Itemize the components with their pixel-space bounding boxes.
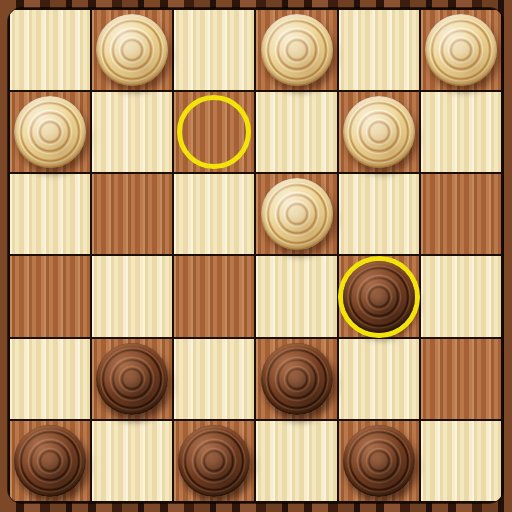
square-light bbox=[256, 92, 336, 172]
white-piece[interactable] bbox=[261, 178, 333, 250]
square-dark[interactable] bbox=[92, 174, 172, 254]
square-light bbox=[92, 421, 172, 501]
square-dark[interactable] bbox=[10, 92, 90, 172]
square-dark[interactable] bbox=[256, 174, 336, 254]
square-dark[interactable] bbox=[421, 339, 501, 419]
square-dark[interactable] bbox=[174, 256, 254, 336]
square-dark[interactable] bbox=[174, 421, 254, 501]
square-dark[interactable] bbox=[339, 92, 419, 172]
white-piece[interactable] bbox=[343, 96, 415, 168]
square-light bbox=[174, 10, 254, 90]
square-light bbox=[10, 174, 90, 254]
black-piece[interactable] bbox=[14, 425, 86, 497]
square-light bbox=[421, 421, 501, 501]
square-light bbox=[339, 10, 419, 90]
board bbox=[8, 8, 503, 503]
square-dark[interactable] bbox=[92, 339, 172, 419]
square-dark[interactable] bbox=[421, 174, 501, 254]
square-dark[interactable] bbox=[174, 92, 254, 172]
black-piece[interactable] bbox=[96, 343, 168, 415]
white-piece[interactable] bbox=[96, 14, 168, 86]
square-dark[interactable] bbox=[339, 421, 419, 501]
square-light bbox=[256, 256, 336, 336]
square-light bbox=[92, 92, 172, 172]
white-piece[interactable] bbox=[261, 14, 333, 86]
square-light bbox=[174, 339, 254, 419]
square-dark[interactable] bbox=[10, 421, 90, 501]
square-light bbox=[10, 10, 90, 90]
square-light bbox=[339, 174, 419, 254]
square-dark[interactable] bbox=[256, 339, 336, 419]
white-piece[interactable] bbox=[14, 96, 86, 168]
white-piece[interactable] bbox=[425, 14, 497, 86]
black-piece[interactable] bbox=[261, 343, 333, 415]
square-dark[interactable] bbox=[92, 10, 172, 90]
square-dark[interactable] bbox=[339, 256, 419, 336]
black-piece-selected[interactable] bbox=[343, 261, 415, 333]
square-light bbox=[92, 256, 172, 336]
square-dark[interactable] bbox=[256, 10, 336, 90]
black-piece[interactable] bbox=[343, 425, 415, 497]
square-dark[interactable] bbox=[10, 256, 90, 336]
square-light bbox=[10, 339, 90, 419]
game-frame bbox=[0, 0, 512, 512]
square-light bbox=[256, 421, 336, 501]
move-target-highlight[interactable] bbox=[177, 95, 251, 169]
square-light bbox=[339, 339, 419, 419]
square-light bbox=[421, 92, 501, 172]
square-dark[interactable] bbox=[421, 10, 501, 90]
square-light bbox=[174, 174, 254, 254]
square-light bbox=[421, 256, 501, 336]
black-piece[interactable] bbox=[178, 425, 250, 497]
